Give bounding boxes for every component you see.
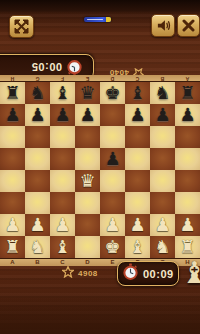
- square-d7[interactable]: ♟: [75, 104, 100, 126]
- piece-black-pawn[interactable]: ♟: [75, 104, 100, 125]
- piece-black-bishop[interactable]: ♝: [125, 82, 150, 103]
- square-f6[interactable]: [125, 126, 150, 148]
- top-shadow-band: [0, 0, 200, 13]
- file-label-c: C: [125, 75, 150, 82]
- expand-arrows-icon: [14, 19, 29, 34]
- piece-white-pawn[interactable]: ♟: [125, 214, 150, 235]
- piece-black-pawn[interactable]: ♟: [150, 104, 175, 125]
- piece-black-queen[interactable]: ♛: [75, 82, 100, 103]
- piece-white-pawn[interactable]: ♟: [175, 214, 200, 235]
- square-c3[interactable]: [50, 192, 75, 214]
- square-a5[interactable]: [0, 148, 25, 170]
- piece-black-pawn[interactable]: ♟: [100, 148, 125, 169]
- square-c6[interactable]: [50, 126, 75, 148]
- piece-white-rook[interactable]: ♜: [0, 236, 25, 257]
- corner-piece-decoration: ♝: [181, 256, 200, 290]
- square-c8[interactable]: ♝: [50, 82, 75, 104]
- piece-black-rook[interactable]: ♜: [0, 82, 25, 103]
- file-labels-top: ABCDEFGH: [0, 75, 200, 82]
- square-h7[interactable]: ♟: [175, 104, 200, 126]
- file-label-b: B: [150, 75, 175, 82]
- square-f8[interactable]: ♝: [125, 82, 150, 104]
- square-e8[interactable]: ♚: [100, 82, 125, 104]
- piece-black-pawn[interactable]: ♟: [50, 104, 75, 125]
- square-c5[interactable]: [50, 148, 75, 170]
- square-a4[interactable]: [0, 170, 25, 192]
- file-label-h: H: [0, 75, 25, 82]
- square-b6[interactable]: [25, 126, 50, 148]
- square-b5[interactable]: [25, 148, 50, 170]
- ad-banner-accent: [106, 17, 111, 22]
- square-d5[interactable]: [75, 148, 100, 170]
- file-label-b: B: [25, 258, 50, 266]
- square-f7[interactable]: ♟: [125, 104, 150, 126]
- piece-black-king[interactable]: ♚: [100, 82, 125, 103]
- file-label-a: A: [0, 258, 25, 266]
- square-h5[interactable]: [175, 148, 200, 170]
- square-g4[interactable]: [150, 170, 175, 192]
- square-g5[interactable]: [150, 148, 175, 170]
- piece-white-bishop[interactable]: ♝: [50, 236, 75, 257]
- piece-white-pawn[interactable]: ♟: [0, 214, 25, 235]
- piece-white-king[interactable]: ♚: [100, 236, 125, 257]
- square-e5[interactable]: ♟: [100, 148, 125, 170]
- square-a7[interactable]: ♟: [0, 104, 25, 126]
- square-b1[interactable]: ♞: [25, 236, 50, 258]
- bottom-player-clock: 00:09: [143, 268, 174, 280]
- file-label-d: D: [75, 258, 100, 266]
- piece-black-pawn[interactable]: ♟: [25, 104, 50, 125]
- ad-banner-text: [87, 19, 103, 21]
- square-b7[interactable]: ♟: [25, 104, 50, 126]
- close-x-icon: [182, 19, 195, 32]
- piece-white-bishop[interactable]: ♝: [125, 236, 150, 257]
- square-e3[interactable]: [100, 192, 125, 214]
- board: ♜♞♝♛♚♝♞♜♟♟♟♟♟♟♟♟♛♟♟♟♟♟♟♟♜♞♝♚♝♞♜: [0, 82, 200, 258]
- piece-white-knight[interactable]: ♞: [25, 236, 50, 257]
- star-icon: [62, 264, 74, 282]
- square-d6[interactable]: [75, 126, 100, 148]
- stopwatch-icon: [122, 263, 139, 284]
- piece-black-rook[interactable]: ♜: [175, 82, 200, 103]
- piece-white-pawn[interactable]: ♟: [150, 214, 175, 235]
- bottom-player-score: 4908: [78, 269, 98, 278]
- square-f5[interactable]: [125, 148, 150, 170]
- sound-button[interactable]: [151, 14, 175, 37]
- ad-banner[interactable]: [84, 17, 111, 22]
- speaker-icon: [156, 18, 171, 33]
- piece-white-rook[interactable]: ♜: [175, 236, 200, 257]
- square-g6[interactable]: [150, 126, 175, 148]
- square-g3[interactable]: [150, 192, 175, 214]
- square-d3[interactable]: [75, 192, 100, 214]
- piece-white-pawn[interactable]: ♟: [50, 214, 75, 235]
- square-f3[interactable]: [125, 192, 150, 214]
- square-d2[interactable]: [75, 214, 100, 236]
- square-g2[interactable]: ♟: [150, 214, 175, 236]
- file-label-f: F: [50, 75, 75, 82]
- piece-black-pawn[interactable]: ♟: [125, 104, 150, 125]
- square-c4[interactable]: [50, 170, 75, 192]
- square-g7[interactable]: ♟: [150, 104, 175, 126]
- square-f2[interactable]: ♟: [125, 214, 150, 236]
- bottom-shadow-band: [0, 292, 200, 334]
- file-label-d: D: [100, 75, 125, 82]
- square-h8[interactable]: ♜: [175, 82, 200, 104]
- square-d1[interactable]: [75, 236, 100, 258]
- square-d8[interactable]: ♛: [75, 82, 100, 104]
- piece-black-pawn[interactable]: ♟: [0, 104, 25, 125]
- square-a1[interactable]: ♜: [0, 236, 25, 258]
- square-b2[interactable]: ♟: [25, 214, 50, 236]
- bottom-player-timer-panel: 00:09: [117, 261, 179, 286]
- square-b3[interactable]: [25, 192, 50, 214]
- file-label-a: A: [175, 75, 200, 82]
- piece-black-knight[interactable]: ♞: [150, 82, 175, 103]
- close-button[interactable]: [177, 14, 200, 37]
- square-a2[interactable]: ♟: [0, 214, 25, 236]
- square-h4[interactable]: [175, 170, 200, 192]
- square-e4[interactable]: [100, 170, 125, 192]
- square-a8[interactable]: ♜: [0, 82, 25, 104]
- square-f4[interactable]: [125, 170, 150, 192]
- top-player-clock: 00:05: [31, 61, 62, 73]
- square-a3[interactable]: [0, 192, 25, 214]
- square-c1[interactable]: ♝: [50, 236, 75, 258]
- piece-white-pawn[interactable]: ♟: [25, 214, 50, 235]
- file-label-g: G: [25, 75, 50, 82]
- piece-black-bishop[interactable]: ♝: [50, 82, 75, 103]
- piece-white-pawn[interactable]: ♟: [100, 214, 125, 235]
- app-background: 00:05 4040 ABCDEFGH ABCDEFGH ♜♞♝♛♚♝♞♜♟♟♟…: [0, 0, 200, 334]
- square-g1[interactable]: ♞: [150, 236, 175, 258]
- piece-white-queen[interactable]: ♛: [75, 170, 100, 191]
- piece-black-knight[interactable]: ♞: [25, 82, 50, 103]
- square-h2[interactable]: ♟: [175, 214, 200, 236]
- square-h3[interactable]: [175, 192, 200, 214]
- square-e1[interactable]: ♚: [100, 236, 125, 258]
- square-h6[interactable]: [175, 126, 200, 148]
- square-b4[interactable]: [25, 170, 50, 192]
- fullscreen-button[interactable]: [9, 15, 34, 38]
- square-e7[interactable]: [100, 104, 125, 126]
- square-e6[interactable]: [100, 126, 125, 148]
- square-g8[interactable]: ♞: [150, 82, 175, 104]
- file-label-e: E: [75, 75, 100, 82]
- square-d4[interactable]: ♛: [75, 170, 100, 192]
- bottom-player-score-row: 4908: [62, 267, 118, 279]
- square-f1[interactable]: ♝: [125, 236, 150, 258]
- square-e2[interactable]: ♟: [100, 214, 125, 236]
- square-c2[interactable]: ♟: [50, 214, 75, 236]
- square-b8[interactable]: ♞: [25, 82, 50, 104]
- piece-black-pawn[interactable]: ♟: [175, 104, 200, 125]
- piece-white-knight[interactable]: ♞: [150, 236, 175, 257]
- square-a6[interactable]: [0, 126, 25, 148]
- square-c7[interactable]: ♟: [50, 104, 75, 126]
